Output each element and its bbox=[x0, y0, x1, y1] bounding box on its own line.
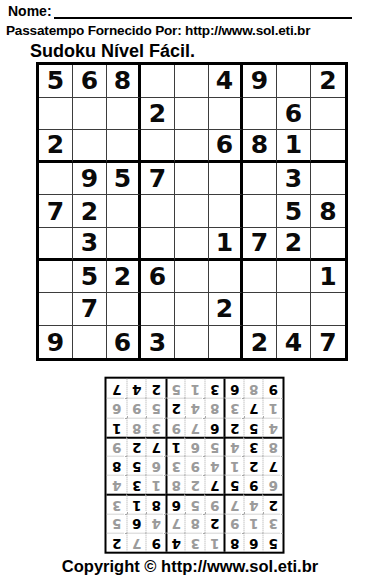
solution-cell: 9 bbox=[205, 494, 225, 513]
solution-cell: 5 bbox=[205, 437, 225, 456]
solution-cell: 1 bbox=[127, 494, 147, 513]
puzzle-cell: 2 bbox=[39, 130, 73, 163]
puzzle-cell: 2 bbox=[209, 293, 243, 326]
puzzle-cell: 5 bbox=[277, 195, 311, 228]
solution-cell: 2 bbox=[166, 398, 186, 417]
name-underline bbox=[54, 5, 352, 19]
solution-cell: 6 bbox=[244, 533, 264, 552]
puzzle-cell bbox=[277, 261, 311, 294]
solution-cell: 8 bbox=[146, 494, 166, 513]
solution-cell: 5 bbox=[127, 456, 147, 475]
solution-cell: 3 bbox=[127, 475, 147, 494]
copyright-text: Copyright © http://www.sol.eti.br bbox=[0, 557, 380, 576]
solution-cell: 9 bbox=[146, 533, 166, 552]
solution-grid: 5681349723192874652479568136957281347214… bbox=[105, 377, 285, 554]
solution-cell: 2 bbox=[185, 475, 205, 494]
name-row: Nome: bbox=[8, 3, 352, 19]
solution-cell: 3 bbox=[244, 437, 264, 456]
puzzle-cell bbox=[141, 195, 175, 228]
puzzle-cell: 7 bbox=[243, 228, 277, 261]
solution-cell: 4 bbox=[166, 533, 186, 552]
puzzle-cell bbox=[175, 326, 209, 359]
solution-cell: 7 bbox=[127, 533, 147, 552]
puzzle-cell bbox=[175, 65, 209, 98]
solution-cell: 6 bbox=[263, 475, 283, 494]
puzzle-cell: 9 bbox=[39, 326, 73, 359]
puzzle-cell: 4 bbox=[209, 65, 243, 98]
solution-cell: 1 bbox=[205, 533, 225, 552]
solution-cell: 7 bbox=[244, 398, 264, 417]
solution-cell: 6 bbox=[107, 398, 127, 417]
solution-cell: 2 bbox=[127, 437, 147, 456]
puzzle-cell bbox=[209, 163, 243, 196]
puzzle-cell bbox=[243, 293, 277, 326]
puzzle-cell: 7 bbox=[39, 195, 73, 228]
puzzle-cell: 2 bbox=[107, 261, 141, 294]
solution-cell: 6 bbox=[127, 513, 147, 532]
solution-cell: 3 bbox=[107, 494, 127, 513]
solution-cell: 7 bbox=[166, 513, 186, 532]
puzzle-cell bbox=[209, 326, 243, 359]
puzzle-cell bbox=[175, 261, 209, 294]
solution-cell: 8 bbox=[205, 398, 225, 417]
puzzle-cell: 8 bbox=[107, 65, 141, 98]
solution-cell: 6 bbox=[205, 417, 225, 436]
puzzle-cell: 1 bbox=[277, 130, 311, 163]
solution-cell: 3 bbox=[146, 417, 166, 436]
puzzle-cell bbox=[209, 195, 243, 228]
solution-cell: 8 bbox=[224, 533, 244, 552]
solution-cell: 2 bbox=[263, 494, 283, 513]
solution-cell: 8 bbox=[166, 475, 186, 494]
solution-cell: 4 bbox=[263, 417, 283, 436]
solution-cell: 3 bbox=[224, 398, 244, 417]
puzzle-cell: 2 bbox=[277, 228, 311, 261]
puzzle-cell bbox=[39, 98, 73, 131]
puzzle-cell bbox=[277, 65, 311, 98]
solution-cell: 9 bbox=[166, 417, 186, 436]
solution-cell: 1 bbox=[244, 513, 264, 532]
solution-cell: 1 bbox=[166, 437, 186, 456]
solution-cell: 5 bbox=[244, 417, 264, 436]
puzzle-cell: 9 bbox=[73, 163, 107, 196]
solution-cell: 9 bbox=[127, 398, 147, 417]
solution-cell: 5 bbox=[166, 379, 186, 398]
solution-cell: 1 bbox=[107, 417, 127, 436]
puzzle-cell bbox=[209, 98, 243, 131]
puzzle-cell bbox=[107, 228, 141, 261]
solution-cell: 4 bbox=[244, 494, 264, 513]
puzzle-cell: 7 bbox=[141, 163, 175, 196]
puzzle-cell: 8 bbox=[243, 130, 277, 163]
puzzle-cell bbox=[175, 195, 209, 228]
puzzle-cell bbox=[107, 130, 141, 163]
solution-cell: 5 bbox=[146, 398, 166, 417]
solution-cell: 8 bbox=[127, 417, 147, 436]
solution-cell: 7 bbox=[205, 475, 225, 494]
solution-cell: 9 bbox=[263, 379, 283, 398]
puzzle-cell: 2 bbox=[243, 326, 277, 359]
solution-cell: 7 bbox=[146, 437, 166, 456]
solution-cell: 4 bbox=[205, 456, 225, 475]
solution-cell: 9 bbox=[244, 475, 264, 494]
solution-cell: 6 bbox=[185, 437, 205, 456]
puzzle-cell: 7 bbox=[311, 326, 345, 359]
puzzle-cell bbox=[311, 293, 345, 326]
puzzle-cell bbox=[39, 163, 73, 196]
puzzle-cell bbox=[39, 293, 73, 326]
solution-cell: 8 bbox=[244, 379, 264, 398]
puzzle-cell bbox=[73, 98, 107, 131]
puzzle-cell: 6 bbox=[277, 98, 311, 131]
solution-cell: 4 bbox=[224, 437, 244, 456]
puzzle-cell: 6 bbox=[73, 65, 107, 98]
solution-cell: 5 bbox=[224, 475, 244, 494]
solution-cell: 5 bbox=[185, 494, 205, 513]
puzzle-cell bbox=[175, 98, 209, 131]
name-label: Nome: bbox=[8, 3, 52, 19]
puzzle-cell bbox=[107, 195, 141, 228]
puzzle-cell: 3 bbox=[277, 163, 311, 196]
puzzle-cell: 2 bbox=[73, 195, 107, 228]
solution-cell: 6 bbox=[146, 456, 166, 475]
solution-cell: 2 bbox=[107, 533, 127, 552]
puzzle-cell: 2 bbox=[311, 65, 345, 98]
puzzle-cell bbox=[175, 130, 209, 163]
puzzle-cell bbox=[277, 293, 311, 326]
puzzle-cell bbox=[311, 228, 345, 261]
solution-cell: 1 bbox=[185, 379, 205, 398]
puzzle-cell bbox=[311, 163, 345, 196]
puzzle-cell bbox=[311, 98, 345, 131]
solution-cell: 7 bbox=[185, 417, 205, 436]
puzzle-cell: 8 bbox=[311, 195, 345, 228]
puzzle-cell bbox=[73, 130, 107, 163]
solution-cell: 3 bbox=[166, 456, 186, 475]
puzzle-cell: 3 bbox=[141, 326, 175, 359]
puzzle-cell bbox=[209, 261, 243, 294]
solution-cell: 1 bbox=[224, 456, 244, 475]
puzzle-cell bbox=[141, 130, 175, 163]
solution-cell: 6 bbox=[166, 494, 186, 513]
puzzle-cell: 2 bbox=[141, 98, 175, 131]
puzzle-cell: 5 bbox=[107, 163, 141, 196]
puzzle-cell: 5 bbox=[39, 65, 73, 98]
puzzle-cell: 5 bbox=[73, 261, 107, 294]
puzzle-cell bbox=[39, 261, 73, 294]
solution-cell: 4 bbox=[127, 379, 147, 398]
solution-cell: 3 bbox=[263, 513, 283, 532]
solution-cell: 2 bbox=[146, 379, 166, 398]
provider-text: Passatempo Fornecido Por: http://www.sol… bbox=[6, 23, 310, 38]
sudoku-sheet: Nome: Passatempo Fornecido Por: http://w… bbox=[0, 0, 380, 585]
puzzle-cell: 7 bbox=[73, 293, 107, 326]
puzzle-cell bbox=[175, 228, 209, 261]
solution-cell: 4 bbox=[185, 398, 205, 417]
puzzle-cell bbox=[243, 98, 277, 131]
solution-cell: 1 bbox=[263, 398, 283, 417]
solution-cell: 4 bbox=[107, 475, 127, 494]
solution-cell: 1 bbox=[146, 475, 166, 494]
puzzle-cell: 1 bbox=[209, 228, 243, 261]
puzzle-grid: 568492262681957372583172526172963247 bbox=[36, 62, 348, 361]
solution-cell: 5 bbox=[263, 533, 283, 552]
solution-cell: 2 bbox=[205, 513, 225, 532]
puzzle-cell bbox=[141, 293, 175, 326]
puzzle-cell: 6 bbox=[209, 130, 243, 163]
solution-cell: 8 bbox=[107, 456, 127, 475]
puzzle-cell: 6 bbox=[107, 326, 141, 359]
solution-cell: 9 bbox=[224, 513, 244, 532]
puzzle-cell bbox=[141, 65, 175, 98]
solution-cell: 3 bbox=[185, 533, 205, 552]
solution-cell: 5 bbox=[107, 513, 127, 532]
solution-cell: 2 bbox=[224, 417, 244, 436]
puzzle-cell bbox=[311, 130, 345, 163]
puzzle-cell: 1 bbox=[311, 261, 345, 294]
puzzle-cell bbox=[175, 163, 209, 196]
solution-cell: 8 bbox=[263, 437, 283, 456]
puzzle-cell: 9 bbox=[243, 65, 277, 98]
puzzle-cell bbox=[39, 228, 73, 261]
puzzle-cell bbox=[175, 293, 209, 326]
solution-cell: 2 bbox=[244, 456, 264, 475]
solution-cell: 6 bbox=[224, 379, 244, 398]
puzzle-cell: 4 bbox=[277, 326, 311, 359]
puzzle-cell bbox=[243, 261, 277, 294]
puzzle-cell bbox=[141, 228, 175, 261]
solution-cell: 8 bbox=[185, 513, 205, 532]
puzzle-cell bbox=[73, 326, 107, 359]
page-title: Sudoku Nível Fácil. bbox=[30, 41, 195, 62]
solution-cell: 9 bbox=[185, 456, 205, 475]
puzzle-cell bbox=[243, 163, 277, 196]
solution-cell: 7 bbox=[263, 456, 283, 475]
puzzle-cell bbox=[107, 293, 141, 326]
puzzle-cell: 6 bbox=[141, 261, 175, 294]
solution-cell: 4 bbox=[146, 513, 166, 532]
solution-cell: 9 bbox=[107, 437, 127, 456]
solution-cell: 3 bbox=[205, 379, 225, 398]
solution-cell: 7 bbox=[107, 379, 127, 398]
solution-cell: 7 bbox=[224, 494, 244, 513]
puzzle-cell bbox=[243, 195, 277, 228]
puzzle-cell: 3 bbox=[73, 228, 107, 261]
puzzle-cell bbox=[107, 98, 141, 131]
